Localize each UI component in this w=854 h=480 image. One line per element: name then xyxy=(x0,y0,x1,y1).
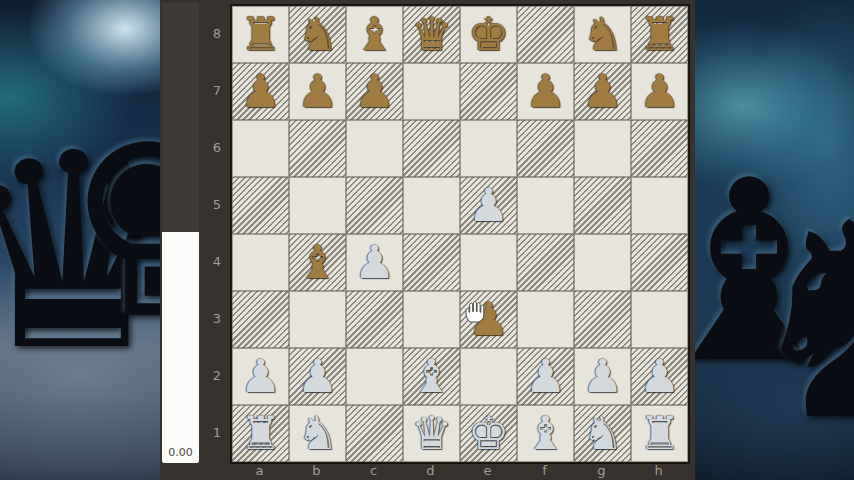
piece-black-knight[interactable]: ♞ xyxy=(289,6,346,63)
square-g6[interactable] xyxy=(574,120,631,177)
square-h5[interactable] xyxy=(631,177,688,234)
square-h2[interactable]: ♟ xyxy=(631,348,688,405)
chess-board[interactable]: ♜♞♝♛♚♞♜♟♟♟♟♟♟♟♝♟♟♟♟♝♟♟♟♜♞♛♚♝♞♜ xyxy=(231,5,689,463)
square-b4[interactable]: ♝ xyxy=(289,234,346,291)
piece-white-knight[interactable]: ♞ xyxy=(574,405,631,462)
piece-black-queen[interactable]: ♛ xyxy=(403,6,460,63)
square-a3[interactable] xyxy=(232,291,289,348)
square-a5[interactable] xyxy=(232,177,289,234)
evaluation-bar-white-part: 0.00 xyxy=(162,232,199,463)
square-d8[interactable]: ♛ xyxy=(403,6,460,63)
square-g4[interactable] xyxy=(574,234,631,291)
square-c3[interactable] xyxy=(346,291,403,348)
piece-black-rook[interactable]: ♜ xyxy=(631,6,688,63)
square-h3[interactable] xyxy=(631,291,688,348)
square-e5[interactable]: ♟ xyxy=(460,177,517,234)
square-c6[interactable] xyxy=(346,120,403,177)
rank-label-6: 6 xyxy=(206,119,228,176)
file-label-c: c xyxy=(345,461,402,479)
piece-white-pawn[interactable]: ♟ xyxy=(517,348,574,405)
file-label-g: g xyxy=(573,461,630,479)
file-label-h: h xyxy=(630,461,687,479)
square-b1[interactable]: ♞ xyxy=(289,405,346,462)
piece-white-pawn[interactable]: ♟ xyxy=(232,348,289,405)
square-c5[interactable] xyxy=(346,177,403,234)
evaluation-value: 0.00 xyxy=(162,446,199,459)
square-d4[interactable] xyxy=(403,234,460,291)
square-e7[interactable] xyxy=(460,63,517,120)
square-g8[interactable]: ♞ xyxy=(574,6,631,63)
file-label-a: a xyxy=(231,461,288,479)
square-g5[interactable] xyxy=(574,177,631,234)
piece-white-pawn[interactable]: ♟ xyxy=(631,348,688,405)
piece-black-pawn[interactable]: ♟ xyxy=(346,63,403,120)
square-c8[interactable]: ♝ xyxy=(346,6,403,63)
square-d1[interactable]: ♛ xyxy=(403,405,460,462)
piece-white-pawn[interactable]: ♟ xyxy=(574,348,631,405)
square-a4[interactable] xyxy=(232,234,289,291)
square-d7[interactable] xyxy=(403,63,460,120)
square-h8[interactable]: ♜ xyxy=(631,6,688,63)
square-f2[interactable]: ♟ xyxy=(517,348,574,405)
piece-white-pawn[interactable]: ♟ xyxy=(460,177,517,234)
square-f6[interactable] xyxy=(517,120,574,177)
file-label-e: e xyxy=(459,461,516,479)
piece-white-queen[interactable]: ♛ xyxy=(403,405,460,462)
square-e6[interactable] xyxy=(460,120,517,177)
piece-white-rook[interactable]: ♜ xyxy=(232,405,289,462)
square-f4[interactable] xyxy=(517,234,574,291)
rank-label-7: 7 xyxy=(206,62,228,119)
square-f5[interactable] xyxy=(517,177,574,234)
square-a6[interactable] xyxy=(232,120,289,177)
piece-black-pawn[interactable]: ♟ xyxy=(289,63,346,120)
square-f8[interactable] xyxy=(517,6,574,63)
file-label-d: d xyxy=(402,461,459,479)
king-silhouette-icon: ♚ xyxy=(58,62,160,362)
piece-white-knight[interactable]: ♞ xyxy=(289,405,346,462)
square-g3[interactable] xyxy=(574,291,631,348)
background-art-right: ♝ ♞ xyxy=(695,0,854,480)
square-e1[interactable]: ♚ xyxy=(460,405,517,462)
square-d5[interactable] xyxy=(403,177,460,234)
square-b8[interactable]: ♞ xyxy=(289,6,346,63)
square-g1[interactable]: ♞ xyxy=(574,405,631,462)
rank-label-2: 2 xyxy=(206,347,228,404)
square-c2[interactable] xyxy=(346,348,403,405)
piece-black-rook[interactable]: ♜ xyxy=(232,6,289,63)
piece-black-bishop[interactable]: ♝ xyxy=(346,6,403,63)
piece-white-bishop[interactable]: ♝ xyxy=(517,405,574,462)
square-a2[interactable]: ♟ xyxy=(232,348,289,405)
square-h1[interactable]: ♜ xyxy=(631,405,688,462)
evaluation-bar: 0.00 xyxy=(162,3,199,463)
piece-white-pawn[interactable]: ♟ xyxy=(346,234,403,291)
square-c1[interactable] xyxy=(346,405,403,462)
square-c4[interactable]: ♟ xyxy=(346,234,403,291)
hand-cursor-icon xyxy=(463,300,487,324)
square-d2[interactable]: ♝ xyxy=(403,348,460,405)
piece-white-bishop[interactable]: ♝ xyxy=(403,348,460,405)
square-a1[interactable]: ♜ xyxy=(232,405,289,462)
piece-black-pawn[interactable]: ♟ xyxy=(631,63,688,120)
square-h4[interactable] xyxy=(631,234,688,291)
square-b6[interactable] xyxy=(289,120,346,177)
square-b7[interactable]: ♟ xyxy=(289,63,346,120)
square-e8[interactable]: ♚ xyxy=(460,6,517,63)
piece-white-pawn[interactable]: ♟ xyxy=(289,348,346,405)
file-labels: abcdefgh xyxy=(231,461,687,479)
square-b5[interactable] xyxy=(289,177,346,234)
square-h7[interactable]: ♟ xyxy=(631,63,688,120)
piece-black-king[interactable]: ♚ xyxy=(460,6,517,63)
square-d6[interactable] xyxy=(403,120,460,177)
file-label-b: b xyxy=(288,461,345,479)
rank-label-3: 3 xyxy=(206,290,228,347)
piece-black-bishop[interactable]: ♝ xyxy=(289,234,346,291)
file-label-f: f xyxy=(516,461,573,479)
square-c7[interactable]: ♟ xyxy=(346,63,403,120)
piece-white-rook[interactable]: ♜ xyxy=(631,405,688,462)
square-a8[interactable]: ♜ xyxy=(232,6,289,63)
knight-silhouette-icon: ♞ xyxy=(737,188,854,458)
rank-label-5: 5 xyxy=(206,176,228,233)
square-b3[interactable] xyxy=(289,291,346,348)
rank-label-1: 1 xyxy=(206,404,228,461)
square-f7[interactable]: ♟ xyxy=(517,63,574,120)
square-f3[interactable] xyxy=(517,291,574,348)
app-window: ♛ ♚ ♝ ♞ 0.00 87654321 ♜♞♝♛♚♞♜♟♟♟♟♟♟♟♝♟♟♟… xyxy=(0,0,854,480)
piece-black-pawn[interactable]: ♟ xyxy=(517,63,574,120)
square-d3[interactable] xyxy=(403,291,460,348)
background-art-left: ♛ ♚ xyxy=(0,0,160,480)
square-e2[interactable] xyxy=(460,348,517,405)
rank-labels: 87654321 xyxy=(206,5,228,461)
piece-black-pawn[interactable]: ♟ xyxy=(232,63,289,120)
rank-label-8: 8 xyxy=(206,5,228,62)
piece-black-knight[interactable]: ♞ xyxy=(574,6,631,63)
square-g7[interactable]: ♟ xyxy=(574,63,631,120)
square-a7[interactable]: ♟ xyxy=(232,63,289,120)
square-f1[interactable]: ♝ xyxy=(517,405,574,462)
square-b2[interactable]: ♟ xyxy=(289,348,346,405)
rank-label-4: 4 xyxy=(206,233,228,290)
square-e4[interactable] xyxy=(460,234,517,291)
piece-white-king[interactable]: ♚ xyxy=(460,405,517,462)
square-g2[interactable]: ♟ xyxy=(574,348,631,405)
piece-black-pawn[interactable]: ♟ xyxy=(574,63,631,120)
square-h6[interactable] xyxy=(631,120,688,177)
